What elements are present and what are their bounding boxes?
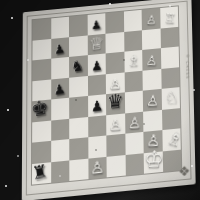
square-f1[interactable] [160,46,179,68]
square-c8[interactable] [32,120,51,143]
black-rook-a8[interactable]: ♜ [31,162,49,183]
white-queen-g5[interactable]: ♕ [89,35,104,53]
square-g3[interactable] [124,30,142,52]
square-h3[interactable] [123,10,141,32]
knight-rosette-emblem: ❖ [178,164,190,178]
square-h4[interactable] [105,12,123,34]
square-b5[interactable] [88,135,107,158]
square-c5[interactable] [88,115,107,138]
square-f7[interactable] [51,57,69,79]
black-knight-f6[interactable]: ♞ [71,58,85,75]
white-pawn-e4[interactable]: ♙ [109,77,121,92]
square-e2[interactable] [142,68,161,90]
square-c7[interactable] [51,118,70,141]
square-h7[interactable] [51,17,69,39]
square-d6[interactable] [69,96,88,118]
white-pawn-f2[interactable]: ♙ [146,54,158,67]
square-h6[interactable] [69,15,87,37]
square-f8[interactable] [32,59,50,81]
square-b3[interactable] [125,132,144,155]
white-pawn-c4[interactable]: ♙ [109,117,122,133]
square-a7[interactable] [51,160,70,183]
black-pawn-h5[interactable]: ♟ [91,19,102,32]
square-a3[interactable] [125,153,144,176]
square-d7[interactable] [51,98,69,120]
white-rook-h1[interactable]: ♖ [163,12,176,25]
white-king-a2[interactable]: ♔ [143,148,164,171]
brand-text: © CHESS [185,53,191,113]
square-h8[interactable] [33,18,51,40]
square-f4[interactable] [106,52,125,74]
square-b6[interactable] [69,137,88,160]
square-e3[interactable] [124,70,143,92]
square-g8[interactable] [32,38,50,60]
black-pawn-d5[interactable]: ♟ [90,98,103,114]
square-g1[interactable] [160,26,179,48]
square-b8[interactable] [32,141,51,164]
black-queen-d4[interactable]: ♛ [107,92,124,112]
black-pawn-e7[interactable]: ♟ [53,82,66,98]
square-a4[interactable] [107,155,126,178]
square-d3[interactable] [124,91,143,113]
black-pawn-f5[interactable]: ♟ [91,59,103,73]
white-pawn-d2[interactable]: ♙ [146,94,160,108]
square-b7[interactable] [51,139,70,162]
square-e5[interactable] [87,74,106,96]
square-e1[interactable] [161,67,180,89]
chess-board: ♟♙♖♟♕♞♟♗♙♟♙♚♟♛♙♘♙♙♙♗♜♙♔ © CHESS ❖ [22,0,196,200]
white-pawn-c3[interactable]: ♙ [128,115,142,130]
square-a6[interactable] [69,158,88,181]
square-g4[interactable] [105,32,123,54]
black-pawn-g7[interactable]: ♟ [53,42,65,56]
square-e6[interactable] [69,76,87,98]
square-g6[interactable] [69,35,87,57]
white-bishop-f3[interactable]: ♗ [127,53,141,69]
square-c2[interactable] [143,109,162,131]
square-b4[interactable] [106,134,125,157]
white-pawn-h2[interactable]: ♙ [146,15,157,27]
white-pawn-a5[interactable]: ♙ [90,159,105,177]
white-knight-d1[interactable]: ♘ [164,90,180,107]
photo-background: ♟♙♖♟♕♞♟♗♙♟♙♚♟♛♙♘♙♙♙♗♜♙♔ © CHESS ❖ [0,0,200,200]
square-c6[interactable] [69,117,88,140]
square-g2[interactable] [142,28,161,50]
black-king-d8[interactable]: ♚ [30,97,50,120]
